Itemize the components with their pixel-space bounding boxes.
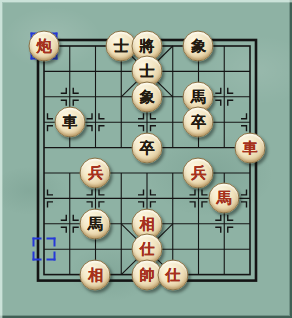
piece-black-elephant[interactable]: 象 (186, 33, 212, 58)
piece-black-advisor[interactable]: 士 (108, 33, 134, 58)
piece-glyph: 炮 (28, 30, 59, 61)
piece-glyph: 象 (183, 30, 214, 61)
piece-grid: 炮士將象士象馬車卒卒車兵兵馬馬相仕相帥仕 (31, 33, 263, 287)
piece-red-soldier[interactable]: 兵 (83, 160, 109, 185)
piece-black-advisor[interactable]: 士 (134, 59, 160, 84)
piece-red-cannon[interactable]: 炮 (31, 33, 57, 58)
piece-red-soldier[interactable]: 兵 (186, 160, 212, 185)
piece-red-elephant[interactable]: 相 (83, 262, 109, 287)
piece-glyph: 車 (234, 132, 265, 163)
piece-glyph: 卒 (131, 132, 162, 163)
xiangqi-board[interactable]: 炮士將象士象馬車卒卒車兵兵馬馬相仕相帥仕 (0, 0, 292, 318)
piece-black-horse[interactable]: 馬 (186, 84, 212, 109)
piece-black-general[interactable]: 將 (134, 33, 160, 58)
piece-glyph: 馬 (80, 208, 111, 239)
xiangqi-app-window: 炮士將象士象馬車卒卒車兵兵馬馬相仕相帥仕 (0, 0, 292, 318)
piece-glyph: 象 (131, 81, 162, 112)
piece-glyph: 卒 (183, 107, 214, 138)
piece-black-elephant[interactable]: 象 (134, 84, 160, 109)
piece-black-chariot[interactable]: 車 (57, 109, 83, 134)
piece-red-general[interactable]: 帥 (134, 262, 160, 287)
piece-glyph: 相 (80, 259, 111, 290)
piece-glyph: 車 (54, 107, 85, 138)
piece-glyph: 兵 (80, 157, 111, 188)
piece-black-soldier[interactable]: 卒 (134, 135, 160, 160)
piece-glyph: 馬 (209, 183, 240, 214)
piece-red-horse[interactable]: 馬 (211, 186, 237, 211)
piece-glyph: 仕 (157, 259, 188, 290)
piece-black-horse[interactable]: 馬 (83, 211, 109, 236)
piece-red-advisor[interactable]: 仕 (134, 236, 160, 261)
piece-glyph: 兵 (183, 157, 214, 188)
piece-red-chariot[interactable]: 車 (237, 135, 263, 160)
piece-red-advisor[interactable]: 仕 (160, 262, 186, 287)
piece-red-elephant[interactable]: 相 (134, 211, 160, 236)
piece-black-soldier[interactable]: 卒 (186, 109, 212, 134)
